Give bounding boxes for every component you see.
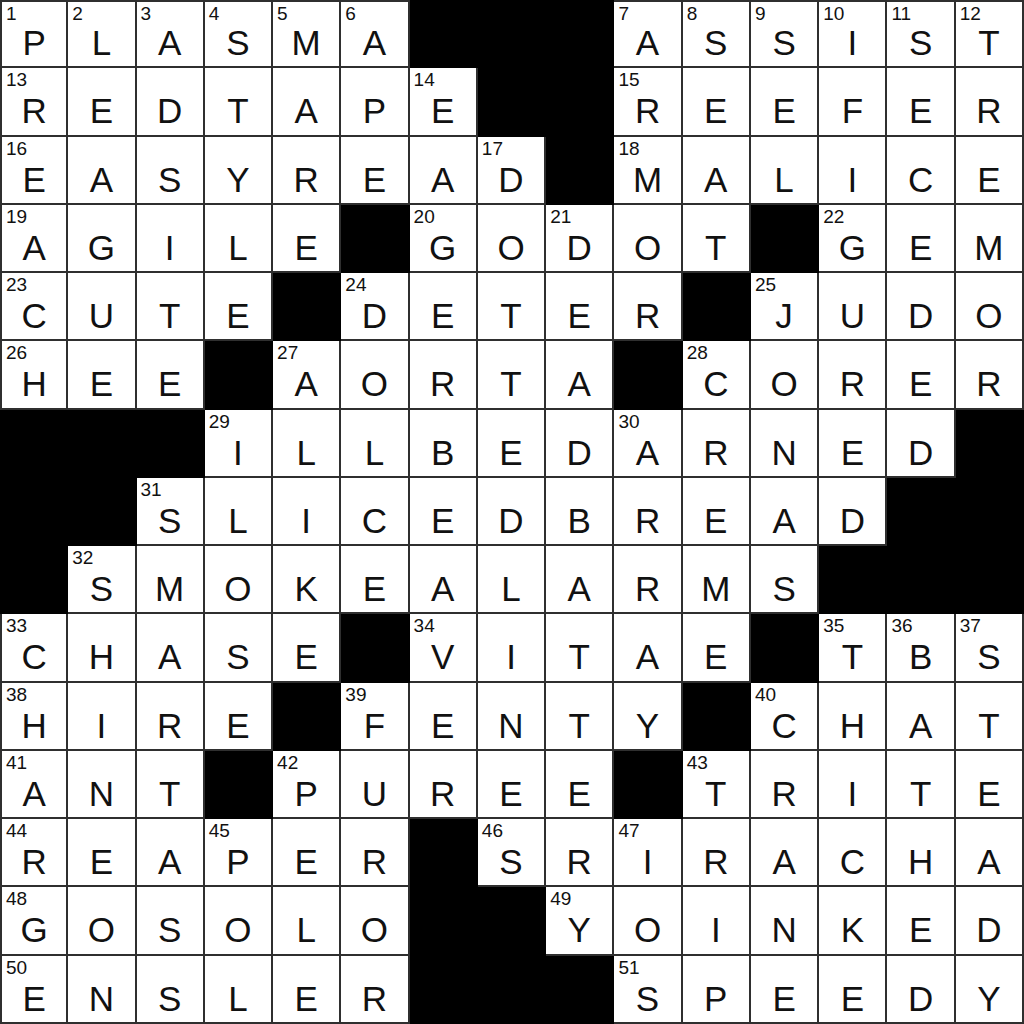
cell-r5c2[interactable]: U (68, 273, 136, 341)
cell-r15c2[interactable]: N (68, 956, 136, 1024)
cell-letter: S (137, 910, 203, 950)
cell-r8c11[interactable]: E (683, 478, 751, 546)
cell-r13c13[interactable]: C (819, 819, 887, 887)
cell-r4c11[interactable]: T (683, 205, 751, 273)
clue-number: 35 (823, 615, 844, 638)
cell-r14c6[interactable]: O (341, 887, 409, 955)
cell-r1c10[interactable]: 7A (614, 0, 682, 68)
cell-r9c3[interactable]: M (137, 546, 205, 614)
cell-r7c10[interactable]: 30A (614, 410, 682, 478)
clue-number: 21 (550, 206, 571, 229)
cell-letter: D (341, 296, 407, 336)
cell-r3c13[interactable]: I (819, 137, 887, 205)
cell-r13c3[interactable]: A (137, 819, 205, 887)
cell-r3c12[interactable]: L (751, 137, 819, 205)
cell-r10c7[interactable]: 34V (410, 614, 478, 682)
clue-number: 29 (209, 411, 230, 434)
cell-r15c11[interactable]: P (683, 956, 751, 1024)
clue-number: 17 (482, 138, 503, 161)
cell-r14c9[interactable]: 49Y (546, 887, 614, 955)
cell-letter: K (819, 910, 885, 950)
cell-r15c12[interactable]: E (751, 956, 819, 1024)
cell-r7c11[interactable]: R (683, 410, 751, 478)
cell-r10c2[interactable]: H (68, 614, 136, 682)
cell-letter: T (546, 637, 612, 677)
cell-letter: Y (205, 160, 271, 200)
cell-r5c15[interactable]: O (956, 273, 1024, 341)
cell-letter: C (683, 364, 749, 404)
cell-r13c4[interactable]: 45P (205, 819, 273, 887)
cell-r1c1[interactable]: 1P (0, 0, 68, 68)
clue-number: 15 (618, 69, 639, 92)
cell-r13c5[interactable]: E (273, 819, 341, 887)
cell-letter: L (341, 433, 407, 473)
cell-r12c5[interactable]: 42P (273, 751, 341, 819)
cell-r2c5[interactable]: A (273, 68, 341, 136)
cell-r4c13[interactable]: 22G (819, 205, 887, 273)
block-r8c15 (956, 478, 1024, 546)
cell-r1c13[interactable]: 10I (819, 0, 887, 68)
cell-r3c10[interactable]: 18M (614, 137, 682, 205)
cell-letter: E (683, 91, 749, 131)
cell-letter: C (887, 160, 953, 200)
cell-letter: E (478, 433, 544, 473)
cell-r7c12[interactable]: N (751, 410, 819, 478)
cell-r10c3[interactable]: A (137, 614, 205, 682)
cell-r8c13[interactable]: D (819, 478, 887, 546)
cell-r1c2[interactable]: 2L (68, 0, 136, 68)
cell-r2c14[interactable]: E (887, 68, 955, 136)
cell-r5c7[interactable]: E (410, 273, 478, 341)
cell-letter: N (751, 910, 817, 950)
cell-r7c7[interactable]: B (410, 410, 478, 478)
cell-r11c3[interactable]: R (137, 683, 205, 751)
cell-r6c6[interactable]: O (341, 341, 409, 409)
cell-r11c7[interactable]: E (410, 683, 478, 751)
cell-r1c6[interactable]: 6A (341, 0, 409, 68)
cell-r9c4[interactable]: O (205, 546, 273, 614)
cell-r10c15[interactable]: 37S (956, 614, 1024, 682)
cell-letter: S (68, 569, 134, 609)
cell-letter: E (68, 91, 134, 131)
cell-r3c6[interactable]: E (341, 137, 409, 205)
cell-r3c14[interactable]: C (887, 137, 955, 205)
cell-r4c1[interactable]: 19A (0, 205, 68, 273)
cell-r7c6[interactable]: L (341, 410, 409, 478)
cell-r8c9[interactable]: B (546, 478, 614, 546)
cell-r11c8[interactable]: N (478, 683, 546, 751)
cell-letter: O (341, 364, 407, 404)
cell-letter: I (205, 433, 271, 473)
cell-r14c13[interactable]: K (819, 887, 887, 955)
cell-r15c13[interactable]: E (819, 956, 887, 1024)
cell-r5c6[interactable]: 24D (341, 273, 409, 341)
cell-letter: A (137, 23, 203, 63)
cell-r3c5[interactable]: R (273, 137, 341, 205)
cell-r7c13[interactable]: E (819, 410, 887, 478)
cell-r4c9[interactable]: 21D (546, 205, 614, 273)
cell-r1c3[interactable]: 3A (137, 0, 205, 68)
cell-r14c12[interactable]: N (751, 887, 819, 955)
cell-r10c1[interactable]: 33C (0, 614, 68, 682)
cell-r8c5[interactable]: I (273, 478, 341, 546)
cell-r5c1[interactable]: 23C (0, 273, 68, 341)
cell-letter: E (273, 637, 339, 677)
cell-letter: S (751, 23, 817, 63)
cell-r10c5[interactable]: E (273, 614, 341, 682)
clue-number: 30 (618, 411, 639, 434)
cell-letter: R (410, 774, 476, 814)
cell-r10c9[interactable]: T (546, 614, 614, 682)
cell-r5c3[interactable]: T (137, 273, 205, 341)
cell-letter: A (614, 637, 680, 677)
cell-letter: C (2, 637, 66, 677)
cell-letter: T (137, 774, 203, 814)
cell-r15c5[interactable]: E (273, 956, 341, 1024)
cell-r2c4[interactable]: T (205, 68, 273, 136)
block-r11c5 (273, 683, 341, 751)
block-r9c14 (887, 546, 955, 614)
cell-r2c13[interactable]: F (819, 68, 887, 136)
cell-r5c14[interactable]: D (887, 273, 955, 341)
cell-letter: E (410, 296, 476, 336)
cell-r14c4[interactable]: O (205, 887, 273, 955)
cell-r8c8[interactable]: D (478, 478, 546, 546)
cell-letter: S (137, 979, 203, 1019)
cell-r11c2[interactable]: I (68, 683, 136, 751)
cell-letter: R (614, 569, 680, 609)
cell-r4c14[interactable]: E (887, 205, 955, 273)
cell-r5c10[interactable]: R (614, 273, 682, 341)
cell-r13c1[interactable]: 44R (0, 819, 68, 887)
cell-r8c10[interactable]: R (614, 478, 682, 546)
cell-r7c5[interactable]: L (273, 410, 341, 478)
cell-r4c3[interactable]: I (137, 205, 205, 273)
cell-letter: M (137, 569, 203, 609)
cell-letter: E (819, 979, 885, 1019)
cell-r11c12[interactable]: 40C (751, 683, 819, 751)
cell-r4c8[interactable]: O (478, 205, 546, 273)
cell-r1c15[interactable]: 12T (956, 0, 1024, 68)
cell-r13c9[interactable]: R (546, 819, 614, 887)
cell-letter: R (614, 296, 680, 336)
cell-letter: D (478, 501, 544, 541)
cell-r12c7[interactable]: R (410, 751, 478, 819)
cell-r3c7[interactable]: A (410, 137, 478, 205)
cell-r11c14[interactable]: A (887, 683, 955, 751)
cell-letter: T (956, 23, 1022, 63)
cell-r9c10[interactable]: R (614, 546, 682, 614)
cell-r5c9[interactable]: E (546, 273, 614, 341)
cell-letter: P (205, 842, 271, 882)
cell-letter: E (683, 637, 749, 677)
cell-r3c1[interactable]: 16E (0, 137, 68, 205)
cell-r6c14[interactable]: E (887, 341, 955, 409)
cell-letter: D (478, 160, 544, 200)
cell-r2c12[interactable]: E (751, 68, 819, 136)
cell-r13c6[interactable]: R (341, 819, 409, 887)
cell-r11c4[interactable]: E (205, 683, 273, 751)
cell-letter: L (68, 23, 134, 63)
cell-r11c13[interactable]: H (819, 683, 887, 751)
cell-letter: C (751, 706, 817, 746)
cell-r1c4[interactable]: 4S (205, 0, 273, 68)
clue-number: 33 (6, 615, 27, 638)
cell-r12c9[interactable]: E (546, 751, 614, 819)
cell-r3c15[interactable]: E (956, 137, 1024, 205)
block-r6c4 (205, 341, 273, 409)
cell-letter: R (751, 774, 817, 814)
cell-r3c8[interactable]: 17D (478, 137, 546, 205)
cell-letter: E (956, 774, 1022, 814)
cell-r15c3[interactable]: S (137, 956, 205, 1024)
cell-r6c5[interactable]: 27A (273, 341, 341, 409)
cell-letter: D (546, 228, 612, 268)
cell-letter: A (68, 160, 134, 200)
cell-letter: G (410, 228, 476, 268)
cell-letter: T (546, 706, 612, 746)
cell-letter: D (819, 501, 885, 541)
cell-letter: E (273, 842, 339, 882)
cell-letter: M (273, 23, 339, 63)
cell-r10c14[interactable]: 36B (887, 614, 955, 682)
cell-letter: I (819, 774, 885, 814)
cell-r11c9[interactable]: T (546, 683, 614, 751)
cell-letter: B (546, 501, 612, 541)
cell-letter: O (341, 910, 407, 950)
cell-r3c4[interactable]: Y (205, 137, 273, 205)
cell-r6c2[interactable]: E (68, 341, 136, 409)
cell-r15c6[interactable]: R (341, 956, 409, 1024)
cell-r13c12[interactable]: A (751, 819, 819, 887)
cell-r14c3[interactable]: S (137, 887, 205, 955)
cell-r7c8[interactable]: E (478, 410, 546, 478)
cell-r2c10[interactable]: 15R (614, 68, 682, 136)
clue-number: 34 (414, 615, 435, 638)
cell-r15c15[interactable]: Y (956, 956, 1024, 1024)
cell-r6c12[interactable]: O (751, 341, 819, 409)
cell-letter: T (819, 637, 885, 677)
cell-letter: P (2, 23, 66, 63)
cell-letter: A (683, 160, 749, 200)
cell-letter: A (956, 842, 1022, 882)
cell-r4c2[interactable]: G (68, 205, 136, 273)
cell-r4c5[interactable]: E (273, 205, 341, 273)
cell-r6c7[interactable]: R (410, 341, 478, 409)
cell-r13c2[interactable]: E (68, 819, 136, 887)
cell-letter: Y (546, 910, 612, 950)
cell-letter: R (546, 842, 612, 882)
cell-r13c14[interactable]: H (887, 819, 955, 887)
cell-letter: R (956, 91, 1022, 131)
cell-r2c6[interactable]: P (341, 68, 409, 136)
cell-letter: O (205, 910, 271, 950)
cell-r12c11[interactable]: 43T (683, 751, 751, 819)
cell-r2c15[interactable]: R (956, 68, 1024, 136)
block-r6c10 (614, 341, 682, 409)
cell-r1c11[interactable]: 8S (683, 0, 751, 68)
cell-r1c5[interactable]: 5M (273, 0, 341, 68)
cell-letter: E (546, 296, 612, 336)
cell-r6c13[interactable]: R (819, 341, 887, 409)
cell-letter: D (546, 433, 612, 473)
cell-r5c8[interactable]: T (478, 273, 546, 341)
cell-r10c4[interactable]: S (205, 614, 273, 682)
block-r7c15 (956, 410, 1024, 478)
cell-r12c15[interactable]: E (956, 751, 1024, 819)
block-r1c7 (410, 0, 478, 68)
cell-r15c4[interactable]: L (205, 956, 273, 1024)
clue-number: 27 (277, 342, 298, 365)
cell-letter: E (546, 774, 612, 814)
cell-r14c11[interactable]: I (683, 887, 751, 955)
cell-r9c7[interactable]: A (410, 546, 478, 614)
cell-r9c5[interactable]: K (273, 546, 341, 614)
block-r10c12 (751, 614, 819, 682)
block-r5c11 (683, 273, 751, 341)
cell-r14c14[interactable]: E (887, 887, 955, 955)
cell-letter: J (751, 296, 817, 336)
cell-r14c1[interactable]: 48G (0, 887, 68, 955)
cell-r1c12[interactable]: 9S (751, 0, 819, 68)
cell-letter: A (273, 91, 339, 131)
cell-r12c2[interactable]: N (68, 751, 136, 819)
cell-r5c12[interactable]: 25J (751, 273, 819, 341)
cell-r14c15[interactable]: D (956, 887, 1024, 955)
cell-r8c12[interactable]: A (751, 478, 819, 546)
cell-r12c1[interactable]: 41A (0, 751, 68, 819)
cell-r4c7[interactable]: 20G (410, 205, 478, 273)
cell-r10c8[interactable]: I (478, 614, 546, 682)
cell-r4c4[interactable]: L (205, 205, 273, 273)
cell-letter: T (887, 774, 953, 814)
cell-r12c3[interactable]: T (137, 751, 205, 819)
block-r2c8 (478, 68, 546, 136)
cell-r6c3[interactable]: E (137, 341, 205, 409)
cell-r3c11[interactable]: A (683, 137, 751, 205)
cell-r1c14[interactable]: 11S (887, 0, 955, 68)
cell-letter: E (341, 160, 407, 200)
cell-letter: G (2, 910, 66, 950)
cell-r8c4[interactable]: L (205, 478, 273, 546)
cell-r2c3[interactable]: D (137, 68, 205, 136)
cell-r14c5[interactable]: L (273, 887, 341, 955)
cell-letter: E (887, 910, 953, 950)
cell-r5c4[interactable]: E (205, 273, 273, 341)
cell-r9c12[interactable]: S (751, 546, 819, 614)
block-r5c5 (273, 273, 341, 341)
cell-letter: E (205, 296, 271, 336)
cell-letter: R (341, 979, 407, 1019)
cell-r7c14[interactable]: D (887, 410, 955, 478)
cell-letter: O (956, 296, 1022, 336)
cell-r7c9[interactable]: D (546, 410, 614, 478)
cell-r4c15[interactable]: M (956, 205, 1024, 273)
cell-r6c1[interactable]: 26H (0, 341, 68, 409)
cell-r10c10[interactable]: A (614, 614, 682, 682)
cell-letter: A (341, 23, 407, 63)
cell-letter: A (751, 842, 817, 882)
cell-letter: A (614, 433, 680, 473)
cell-r2c7[interactable]: 14E (410, 68, 478, 136)
cell-r13c10[interactable]: 47I (614, 819, 682, 887)
cell-letter: E (751, 91, 817, 131)
cell-r15c1[interactable]: 50E (0, 956, 68, 1024)
cell-r9c8[interactable]: L (478, 546, 546, 614)
cell-r2c2[interactable]: E (68, 68, 136, 136)
clue-number: 46 (482, 820, 503, 843)
clue-number: 20 (414, 206, 435, 229)
cell-r9c9[interactable]: A (546, 546, 614, 614)
cell-r14c2[interactable]: O (68, 887, 136, 955)
cell-letter: I (273, 501, 339, 541)
cell-r15c10[interactable]: 51S (614, 956, 682, 1024)
cell-letter: T (205, 91, 271, 131)
cell-r6c15[interactable]: R (956, 341, 1024, 409)
cell-r12c13[interactable]: I (819, 751, 887, 819)
cell-r10c13[interactable]: 35T (819, 614, 887, 682)
cell-r14c10[interactable]: O (614, 887, 682, 955)
block-r12c10 (614, 751, 682, 819)
cell-r4c10[interactable]: O (614, 205, 682, 273)
cell-r11c6[interactable]: 39F (341, 683, 409, 751)
cell-letter: R (819, 364, 885, 404)
cell-r6c11[interactable]: 28C (683, 341, 751, 409)
cell-r11c15[interactable]: T (956, 683, 1024, 751)
cell-r8c3[interactable]: 31S (137, 478, 205, 546)
cell-letter: M (614, 160, 680, 200)
cell-r12c12[interactable]: R (751, 751, 819, 819)
cell-letter: O (205, 569, 271, 609)
cell-r5c13[interactable]: U (819, 273, 887, 341)
clue-number: 23 (6, 274, 27, 297)
cell-r12c14[interactable]: T (887, 751, 955, 819)
cell-letter: E (410, 501, 476, 541)
cell-r9c2[interactable]: 32S (68, 546, 136, 614)
cell-letter: L (205, 228, 271, 268)
cell-r9c11[interactable]: M (683, 546, 751, 614)
cell-r3c2[interactable]: A (68, 137, 136, 205)
cell-r11c10[interactable]: Y (614, 683, 682, 751)
cell-r10c11[interactable]: E (683, 614, 751, 682)
cell-r13c15[interactable]: A (956, 819, 1024, 887)
cell-letter: U (341, 774, 407, 814)
cell-r8c7[interactable]: E (410, 478, 478, 546)
cell-r8c6[interactable]: C (341, 478, 409, 546)
cell-letter: R (683, 433, 749, 473)
cell-letter: V (410, 637, 476, 677)
cell-r12c6[interactable]: U (341, 751, 409, 819)
cell-r6c8[interactable]: T (478, 341, 546, 409)
cell-letter: R (614, 501, 680, 541)
cell-r3c3[interactable]: S (137, 137, 205, 205)
cell-r7c4[interactable]: 29I (205, 410, 273, 478)
cell-letter: L (205, 979, 271, 1019)
cell-r2c1[interactable]: 13R (0, 68, 68, 136)
cell-r11c1[interactable]: 38H (0, 683, 68, 751)
cell-r12c8[interactable]: E (478, 751, 546, 819)
cell-letter: T (956, 706, 1022, 746)
block-r7c2 (68, 410, 136, 478)
cell-r6c9[interactable]: A (546, 341, 614, 409)
clue-number: 28 (687, 342, 708, 365)
cell-r15c14[interactable]: D (887, 956, 955, 1024)
cell-r13c8[interactable]: 46S (478, 819, 546, 887)
cell-letter: L (273, 910, 339, 950)
cell-r13c11[interactable]: R (683, 819, 751, 887)
cell-r9c6[interactable]: E (341, 546, 409, 614)
cell-r2c11[interactable]: E (683, 68, 751, 136)
